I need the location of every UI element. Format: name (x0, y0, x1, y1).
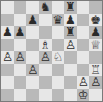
square-g8[interactable] (77, 1, 90, 14)
square-g5[interactable] (77, 39, 90, 52)
square-c6[interactable] (26, 26, 39, 39)
square-a6[interactable]: ♟ (1, 26, 14, 39)
square-b8[interactable] (14, 1, 27, 14)
white-pawn: ♙ (65, 39, 76, 51)
square-h5[interactable]: ♕ (89, 39, 102, 52)
square-h3[interactable]: ♖ (89, 64, 102, 77)
square-d1[interactable] (39, 89, 52, 102)
square-e3[interactable] (52, 64, 65, 77)
square-e6[interactable] (52, 26, 65, 39)
square-f3[interactable] (64, 64, 77, 77)
square-e4[interactable]: ♘ (52, 51, 65, 64)
square-a8[interactable] (1, 1, 14, 14)
square-a1[interactable] (1, 89, 14, 102)
square-b1[interactable] (14, 89, 27, 102)
black-rook: ♜ (65, 26, 76, 38)
white-king: ♔ (78, 89, 89, 101)
black-pawn: ♟ (90, 26, 101, 38)
white-pawn: ♙ (40, 51, 51, 63)
square-g7[interactable] (77, 14, 90, 27)
square-d3[interactable] (39, 64, 52, 77)
square-e1[interactable] (52, 89, 65, 102)
black-queen: ♛ (52, 14, 63, 26)
square-e2[interactable] (52, 76, 65, 89)
square-a7[interactable] (1, 14, 14, 27)
square-f1[interactable] (64, 89, 77, 102)
black-pawn: ♟ (27, 14, 38, 26)
square-f7[interactable]: ♟ (64, 14, 77, 27)
white-pawn: ♙ (2, 51, 13, 63)
white-pawn: ♙ (15, 51, 26, 63)
square-g2[interactable]: ♙ (77, 76, 90, 89)
chess-diagram: ♞♜♟♛♟♚♟♟♜♟♗♙♕♙♙♙♘♙♖♙♙♔ (0, 0, 103, 102)
white-pawn: ♙ (27, 64, 38, 76)
square-h7[interactable]: ♚ (89, 14, 102, 27)
square-b4[interactable]: ♙ (14, 51, 27, 64)
square-g6[interactable] (77, 26, 90, 39)
square-d6[interactable] (39, 26, 52, 39)
white-rook: ♖ (90, 64, 101, 76)
square-c4[interactable] (26, 51, 39, 64)
square-c1[interactable] (26, 89, 39, 102)
black-rook: ♜ (65, 1, 76, 13)
square-b2[interactable] (14, 76, 27, 89)
white-pawn: ♙ (78, 76, 89, 88)
square-h1[interactable] (89, 89, 102, 102)
square-h2[interactable]: ♙ (89, 76, 102, 89)
square-d4[interactable]: ♙ (39, 51, 52, 64)
square-g3[interactable] (77, 64, 90, 77)
white-bishop: ♗ (40, 39, 51, 51)
square-e7[interactable]: ♛ (52, 14, 65, 27)
square-d2[interactable] (39, 76, 52, 89)
square-e5[interactable] (52, 39, 65, 52)
square-a4[interactable]: ♙ (1, 51, 14, 64)
square-f2[interactable] (64, 76, 77, 89)
square-a5[interactable] (1, 39, 14, 52)
square-c7[interactable]: ♟ (26, 14, 39, 27)
black-pawn: ♟ (2, 26, 13, 38)
white-queen: ♕ (90, 39, 101, 51)
black-king: ♚ (90, 14, 101, 26)
square-c3[interactable]: ♙ (26, 64, 39, 77)
square-d7[interactable] (39, 14, 52, 27)
square-h8[interactable] (89, 1, 102, 14)
square-g1[interactable]: ♔ (77, 89, 90, 102)
square-f4[interactable] (64, 51, 77, 64)
square-c5[interactable] (26, 39, 39, 52)
square-e8[interactable] (52, 1, 65, 14)
square-b5[interactable] (14, 39, 27, 52)
square-f6[interactable]: ♜ (64, 26, 77, 39)
square-d8[interactable]: ♞ (39, 1, 52, 14)
square-a2[interactable] (1, 76, 14, 89)
square-d5[interactable]: ♗ (39, 39, 52, 52)
square-h4[interactable] (89, 51, 102, 64)
square-f5[interactable]: ♙ (64, 39, 77, 52)
square-b6[interactable]: ♟ (14, 26, 27, 39)
square-f8[interactable]: ♜ (64, 1, 77, 14)
square-c2[interactable] (26, 76, 39, 89)
square-c8[interactable] (26, 1, 39, 14)
black-pawn: ♟ (15, 26, 26, 38)
white-knight: ♘ (52, 51, 63, 63)
black-knight: ♞ (40, 1, 51, 13)
black-pawn: ♟ (65, 14, 76, 26)
square-b7[interactable] (14, 14, 27, 27)
chess-board: ♞♜♟♛♟♚♟♟♜♟♗♙♕♙♙♙♘♙♖♙♙♔ (0, 0, 103, 102)
white-pawn: ♙ (90, 76, 101, 88)
square-b3[interactable] (14, 64, 27, 77)
square-g4[interactable] (77, 51, 90, 64)
square-h6[interactable]: ♟ (89, 26, 102, 39)
square-a3[interactable] (1, 64, 14, 77)
